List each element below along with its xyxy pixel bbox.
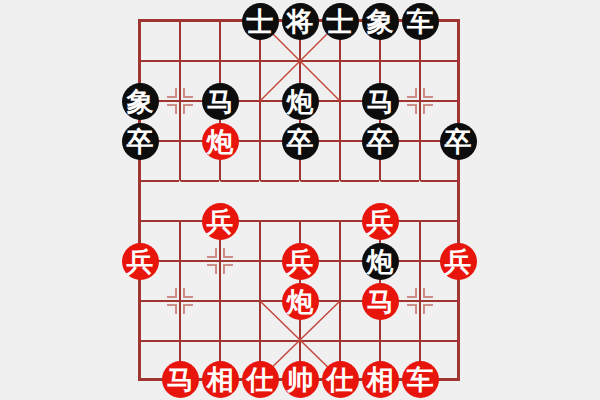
board-cell — [419, 300, 459, 340]
piece-black-cannon[interactable]: 炮 — [362, 243, 399, 280]
piece-black-cannon[interactable]: 炮 — [282, 83, 319, 120]
piece-red-advisor[interactable]: 仕 — [322, 361, 359, 398]
board-cell — [179, 20, 219, 60]
piece-red-soldier[interactable]: 兵 — [282, 243, 319, 280]
piece-red-horse[interactable]: 马 — [362, 283, 399, 320]
piece-black-advisor[interactable]: 士 — [242, 3, 279, 40]
piece-black-chariot[interactable]: 车 — [402, 3, 439, 40]
piece-red-soldier[interactable]: 兵 — [362, 203, 399, 240]
piece-red-soldier[interactable]: 兵 — [440, 243, 477, 280]
piece-black-soldier[interactable]: 卒 — [362, 123, 399, 160]
piece-red-chariot[interactable]: 车 — [402, 361, 439, 398]
piece-black-horse[interactable]: 马 — [362, 83, 399, 120]
piece-black-soldier[interactable]: 卒 — [440, 123, 477, 160]
board-cell — [219, 260, 259, 300]
board-cell — [219, 300, 259, 340]
piece-black-horse[interactable]: 马 — [202, 83, 239, 120]
piece-red-elephant[interactable]: 相 — [202, 361, 239, 398]
board-cell — [299, 180, 339, 220]
piece-black-soldier[interactable]: 卒 — [122, 123, 159, 160]
xiangqi-board[interactable]: 士将士象车象马炮马卒炮卒卒卒兵兵兵兵炮兵炮马马相仕帅仕相车 — [0, 0, 600, 400]
board-cell — [139, 180, 179, 220]
piece-black-soldier[interactable]: 卒 — [282, 123, 319, 160]
piece-black-elephant[interactable]: 象 — [122, 83, 159, 120]
piece-red-soldier[interactable]: 兵 — [122, 243, 159, 280]
board-cell — [139, 300, 179, 340]
piece-red-advisor[interactable]: 仕 — [242, 361, 279, 398]
piece-black-advisor[interactable]: 士 — [322, 3, 359, 40]
piece-red-cannon[interactable]: 炮 — [282, 283, 319, 320]
board-cell — [179, 300, 219, 340]
piece-red-horse[interactable]: 马 — [162, 361, 199, 398]
piece-black-general[interactable]: 将 — [282, 3, 319, 40]
board-cell — [179, 260, 219, 300]
piece-black-elephant[interactable]: 象 — [362, 3, 399, 40]
piece-red-cannon[interactable]: 炮 — [202, 123, 239, 160]
piece-red-elephant[interactable]: 相 — [362, 361, 399, 398]
piece-red-general[interactable]: 帅 — [282, 361, 319, 398]
board-cell — [419, 60, 459, 100]
board-cell — [259, 180, 299, 220]
board-grid — [139, 20, 459, 380]
board-cell — [139, 20, 179, 60]
piece-red-soldier[interactable]: 兵 — [202, 203, 239, 240]
board-cell — [419, 180, 459, 220]
